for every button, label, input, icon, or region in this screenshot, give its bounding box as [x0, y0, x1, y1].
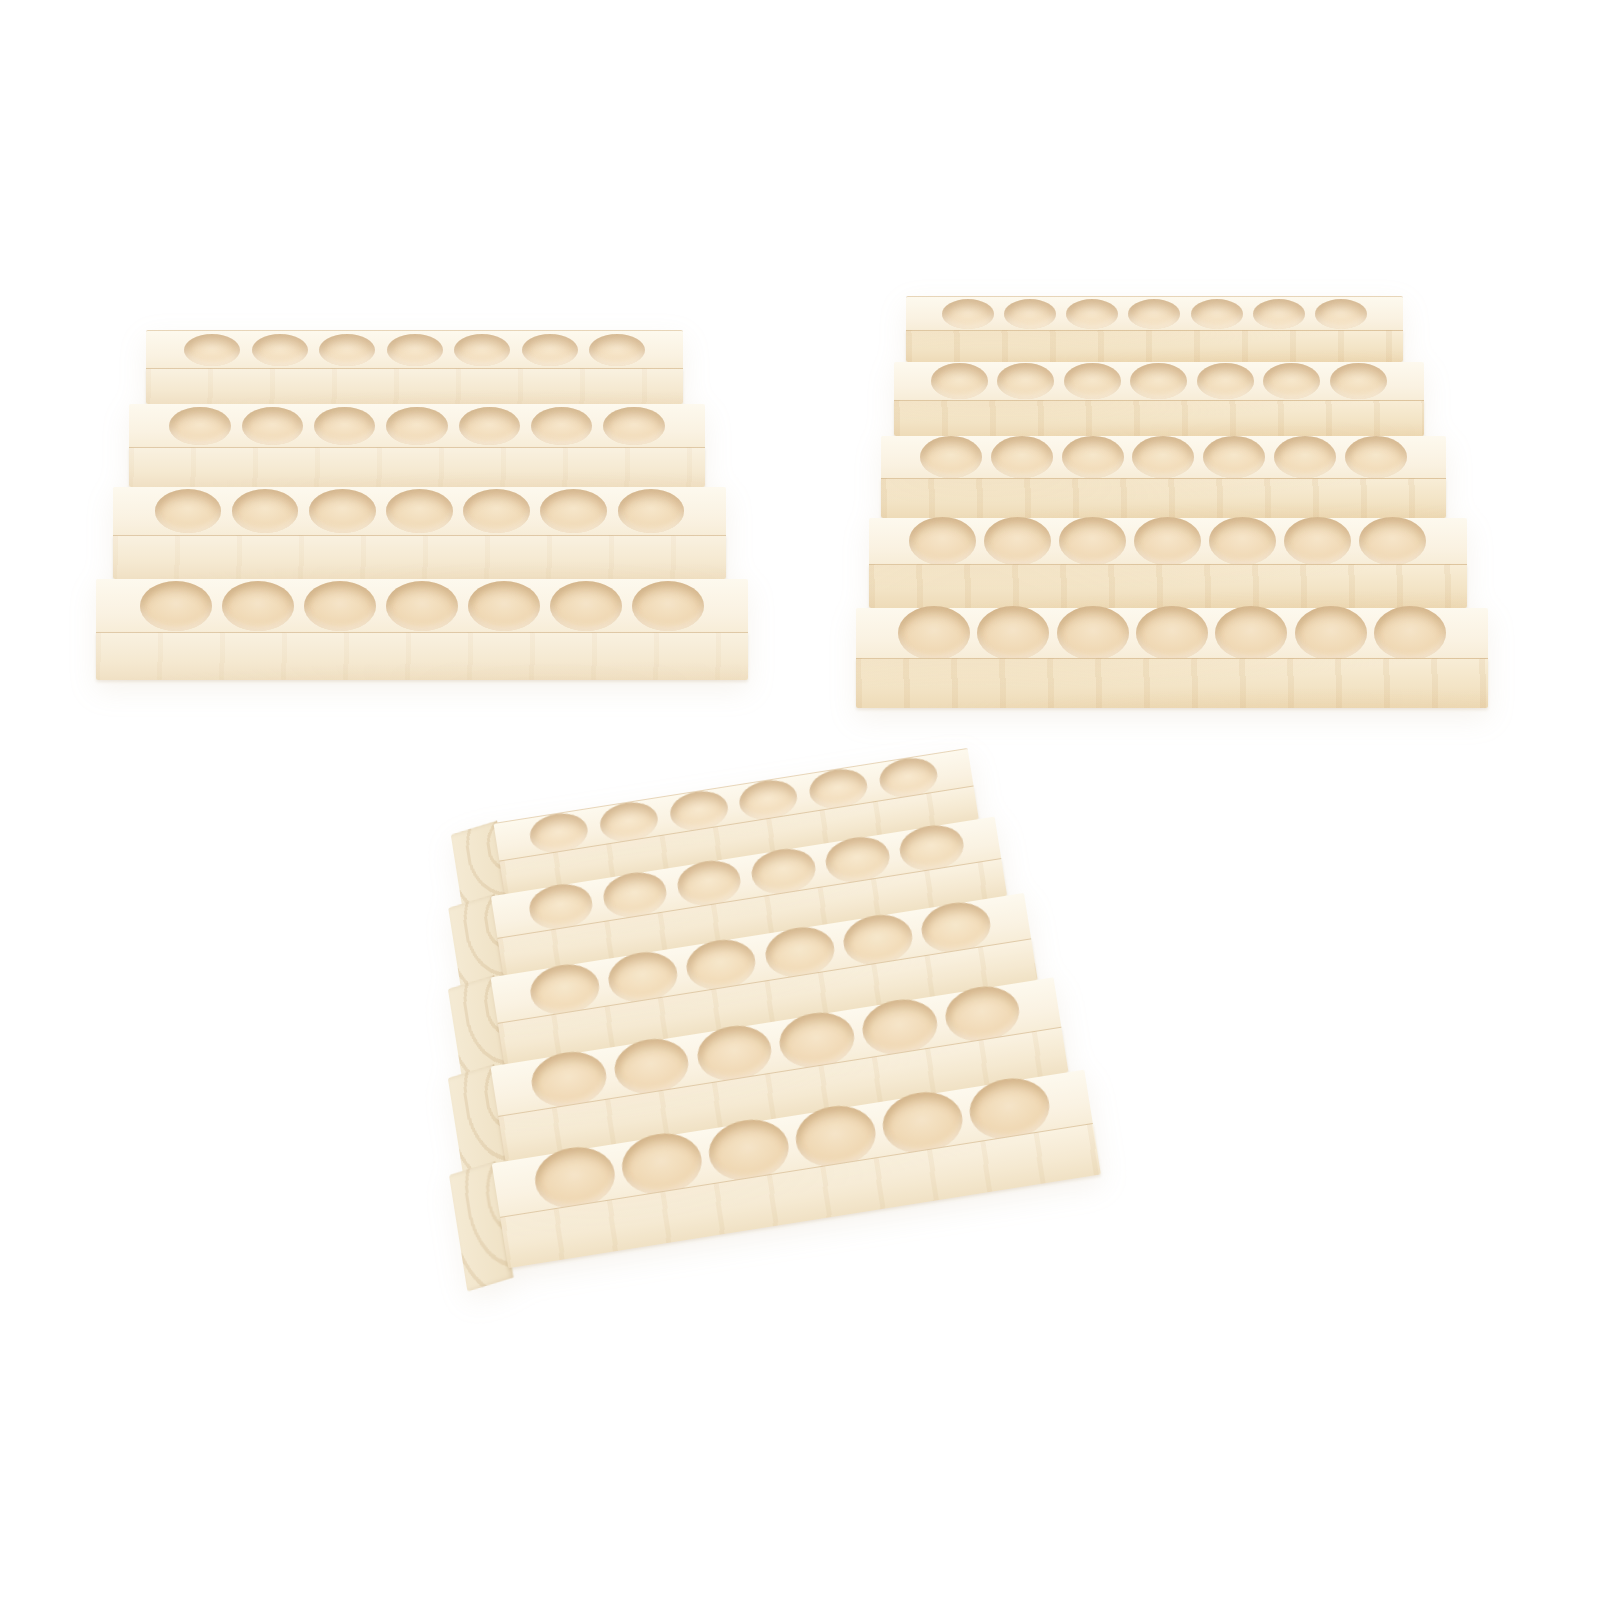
rack-top-left-4-tier-tier-2	[129, 404, 704, 487]
bottle-hole	[386, 407, 447, 445]
bottle-hole	[309, 489, 376, 533]
bottle-hole	[1004, 299, 1056, 329]
rack-top-right-5-tier	[856, 296, 1488, 708]
tier-top-surface	[906, 296, 1403, 330]
bottle-hole	[252, 334, 308, 366]
rack-top-left-4-tier-tier-3	[113, 487, 727, 579]
bottle-hole	[468, 581, 540, 631]
stage	[0, 0, 1600, 1600]
bottle-hole	[1263, 363, 1320, 399]
bottle-hole	[1284, 517, 1351, 565]
bottle-hole	[1253, 299, 1305, 329]
bottle-hole	[1066, 299, 1118, 329]
bottle-hole	[632, 581, 704, 631]
bottle-hole	[222, 581, 294, 631]
rack-top-right-5-tier-tier-2	[894, 362, 1425, 436]
bottle-hole	[319, 334, 375, 366]
tier-front-face	[96, 632, 748, 680]
bottle-hole	[386, 581, 458, 631]
bottle-hole	[459, 407, 520, 445]
bottle-hole	[386, 489, 453, 533]
rack-top-left-4-tier	[96, 330, 748, 680]
tier-top-surface	[96, 579, 748, 632]
tier-front-face	[906, 330, 1403, 362]
bottle-hole	[1132, 436, 1194, 478]
tier-top-surface	[869, 518, 1467, 564]
bottle-hole	[140, 581, 212, 631]
bottle-hole	[1130, 363, 1187, 399]
bottle-hole	[898, 606, 970, 660]
rack-top-left-4-tier-tier-4	[96, 579, 748, 680]
bottle-hole	[1374, 606, 1446, 660]
bottle-hole	[1209, 517, 1276, 565]
bottle-hole	[1295, 606, 1367, 660]
bottle-hole	[454, 334, 510, 366]
bottle-hole	[942, 299, 994, 329]
tier-top-surface	[881, 436, 1446, 478]
bottle-hole	[1128, 299, 1180, 329]
bottle-hole	[997, 363, 1054, 399]
bottle-hole	[1330, 363, 1387, 399]
bottle-hole	[184, 334, 240, 366]
tier-front-face	[894, 400, 1425, 436]
bottle-hole	[931, 363, 988, 399]
bottle-hole	[1059, 517, 1126, 565]
bottle-hole	[589, 334, 645, 366]
bottle-hole	[984, 517, 1051, 565]
bottle-hole	[540, 489, 607, 533]
bottle-hole	[169, 407, 230, 445]
bottle-hole	[1191, 299, 1243, 329]
tier-top-surface	[856, 608, 1488, 658]
bottle-hole	[550, 581, 622, 631]
bottle-hole	[1197, 363, 1254, 399]
tier-front-face	[113, 535, 727, 579]
bottle-hole	[920, 436, 982, 478]
bottle-hole	[531, 407, 592, 445]
bottle-hole	[618, 489, 685, 533]
tier-front-face	[881, 478, 1446, 518]
bottle-hole	[232, 489, 299, 533]
rack-top-right-5-tier-tier-5	[856, 608, 1488, 708]
tier-top-surface	[894, 362, 1425, 400]
tier-front-face	[869, 564, 1467, 608]
bottle-hole	[1064, 363, 1121, 399]
rack-top-right-5-tier-tier-3	[881, 436, 1446, 518]
tier-front-face	[129, 447, 704, 487]
bottle-hole	[242, 407, 303, 445]
bottle-hole	[1274, 436, 1336, 478]
bottle-hole	[1215, 606, 1287, 660]
tier-top-surface	[113, 487, 727, 535]
bottle-hole	[1062, 436, 1124, 478]
bottle-hole	[909, 517, 976, 565]
bottle-hole	[1345, 436, 1407, 478]
rack-top-right-5-tier-tier-4	[869, 518, 1467, 608]
bottle-hole	[1057, 606, 1129, 660]
bottle-hole	[522, 334, 578, 366]
bottle-hole	[1134, 517, 1201, 565]
bottle-hole	[1203, 436, 1265, 478]
bottle-hole	[387, 334, 443, 366]
bottle-hole	[1136, 606, 1208, 660]
tier-top-surface	[146, 330, 683, 368]
bottle-hole	[603, 407, 664, 445]
rack-top-right-5-tier-tier-1	[906, 296, 1403, 362]
bottle-hole	[463, 489, 530, 533]
tier-front-face	[856, 658, 1488, 708]
bottle-hole	[991, 436, 1053, 478]
tier-top-surface	[129, 404, 704, 447]
tier-front-face	[146, 368, 683, 404]
bottle-hole	[304, 581, 376, 631]
bottle-hole	[1315, 299, 1367, 329]
bottle-hole	[1359, 517, 1426, 565]
bottle-hole	[155, 489, 222, 533]
bottle-hole	[314, 407, 375, 445]
bottle-hole	[977, 606, 1049, 660]
rack-bottom-center-5-tier-angled	[439, 738, 1101, 1268]
rack-top-left-4-tier-tier-1	[146, 330, 683, 404]
